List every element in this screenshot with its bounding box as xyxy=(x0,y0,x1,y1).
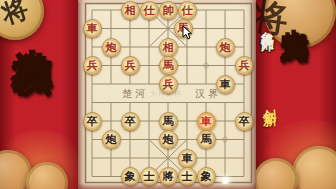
thumbnail: 楚河 汉界 大神象棋 相仕帥仕車馬炮相炮兵兵馬兵兵車車卒卒馬卒炮炮馬車象士將士象… xyxy=(0,0,336,189)
decor-piece-bottom-right-1 xyxy=(292,146,336,189)
subtitle-innovation: 创新 xyxy=(260,97,278,102)
decor-piece-bottom-left-2 xyxy=(26,162,68,189)
xiangqi-piece-仕[interactable]: 仕 xyxy=(178,1,197,20)
board-bottom-shade xyxy=(76,183,257,189)
xiangqi-piece-卒[interactable]: 卒 xyxy=(121,112,140,131)
left-banner: 将 大神象棋 xyxy=(0,0,78,189)
xiangqi-piece-帥[interactable]: 帥 xyxy=(159,1,178,20)
xiangqi-piece-馬[interactable]: 馬 xyxy=(159,112,178,131)
xiangqi-piece-仕[interactable]: 仕 xyxy=(140,1,159,20)
xiangqi-piece-馬[interactable]: 馬 xyxy=(159,56,178,75)
xiangqi-piece-車[interactable]: 車 xyxy=(178,149,197,168)
xiangqi-piece-卒[interactable]: 卒 xyxy=(235,112,254,131)
xiangqi-board[interactable]: 楚河 汉界 大神象棋 相仕帥仕車馬炮相炮兵兵馬兵兵車車卒卒馬卒炮炮馬車象士將士象 xyxy=(76,0,257,189)
decor-piece-bottom-right-2 xyxy=(256,158,298,189)
xiangqi-piece-兵[interactable]: 兵 xyxy=(235,56,254,75)
xiangqi-piece-兵[interactable]: 兵 xyxy=(83,56,102,75)
pieces-layer: 相仕帥仕車馬炮相炮兵兵馬兵兵車車卒卒馬卒炮炮馬車象士將士象 xyxy=(76,0,257,189)
xiangqi-piece-相[interactable]: 相 xyxy=(121,1,140,20)
right-banner: 将 象棋大师 创新 中炮对屏风马 xyxy=(256,0,336,189)
decor-piece-char: 将 xyxy=(0,0,33,32)
xiangqi-piece-相[interactable]: 相 xyxy=(159,38,178,57)
xiangqi-piece-兵[interactable]: 兵 xyxy=(159,75,178,94)
xiangqi-piece-兵[interactable]: 兵 xyxy=(121,56,140,75)
subtitle-master: 象棋大师 xyxy=(258,20,276,32)
xiangqi-piece-車[interactable]: 車 xyxy=(216,75,235,94)
xiangqi-piece-車[interactable]: 車 xyxy=(197,112,216,131)
xiangqi-piece-車[interactable]: 車 xyxy=(83,19,102,38)
xiangqi-piece-炮[interactable]: 炮 xyxy=(216,38,235,57)
mouse-cursor-icon xyxy=(182,25,194,41)
channel-title: 大神象棋 xyxy=(13,17,53,25)
xiangqi-piece-馬[interactable]: 馬 xyxy=(197,130,216,149)
xiangqi-piece-炮[interactable]: 炮 xyxy=(102,130,121,149)
video-title: 中炮对屏风马 xyxy=(282,8,309,20)
xiangqi-piece-炮[interactable]: 炮 xyxy=(159,130,178,149)
xiangqi-piece-炮[interactable]: 炮 xyxy=(102,38,121,57)
xiangqi-piece-卒[interactable]: 卒 xyxy=(83,112,102,131)
